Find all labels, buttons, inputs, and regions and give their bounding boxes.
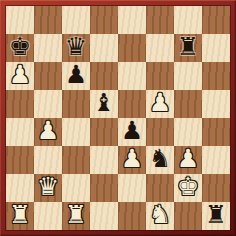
- piece-white-pawn-a6[interactable]: ♟: [9, 62, 31, 89]
- square-e2[interactable]: [118, 174, 146, 202]
- square-b1[interactable]: [34, 202, 62, 230]
- square-e7[interactable]: [118, 34, 146, 62]
- board-frame: ♚♛♜♟♟♝♟♟♟♟♞♟♛♚♜♜♞♜: [0, 0, 236, 236]
- square-a1[interactable]: ♜: [6, 202, 34, 230]
- piece-white-pawn-b4[interactable]: ♟: [37, 118, 59, 145]
- piece-black-rook-h1[interactable]: ♜: [205, 202, 227, 229]
- square-e3[interactable]: ♟: [118, 146, 146, 174]
- square-g2[interactable]: ♚: [174, 174, 202, 202]
- square-g5[interactable]: [174, 90, 202, 118]
- square-a3[interactable]: [6, 146, 34, 174]
- square-f1[interactable]: ♞: [146, 202, 174, 230]
- square-e1[interactable]: [118, 202, 146, 230]
- square-g7[interactable]: ♜: [174, 34, 202, 62]
- piece-white-rook-c1[interactable]: ♜: [65, 202, 87, 229]
- square-g1[interactable]: [174, 202, 202, 230]
- square-a4[interactable]: [6, 118, 34, 146]
- piece-black-bishop-d5[interactable]: ♝: [93, 90, 115, 117]
- piece-black-queen-c7[interactable]: ♛: [65, 34, 87, 61]
- piece-white-knight-f1[interactable]: ♞: [149, 202, 171, 229]
- square-h1[interactable]: ♜: [202, 202, 230, 230]
- square-a8[interactable]: [6, 6, 34, 34]
- square-e4[interactable]: ♟: [118, 118, 146, 146]
- piece-white-pawn-f5[interactable]: ♟: [149, 90, 171, 117]
- square-d6[interactable]: [90, 62, 118, 90]
- square-h6[interactable]: [202, 62, 230, 90]
- square-g4[interactable]: [174, 118, 202, 146]
- square-c1[interactable]: ♜: [62, 202, 90, 230]
- square-c4[interactable]: [62, 118, 90, 146]
- piece-white-king-g2[interactable]: ♚: [177, 174, 199, 201]
- square-c8[interactable]: [62, 6, 90, 34]
- square-b2[interactable]: ♛: [34, 174, 62, 202]
- square-f3[interactable]: ♞: [146, 146, 174, 174]
- square-a6[interactable]: ♟: [6, 62, 34, 90]
- square-c6[interactable]: ♟: [62, 62, 90, 90]
- square-g3[interactable]: ♟: [174, 146, 202, 174]
- square-d5[interactable]: ♝: [90, 90, 118, 118]
- piece-white-pawn-e3[interactable]: ♟: [121, 146, 143, 173]
- square-a2[interactable]: [6, 174, 34, 202]
- piece-white-pawn-g3[interactable]: ♟: [177, 146, 199, 173]
- square-d8[interactable]: [90, 6, 118, 34]
- square-h4[interactable]: [202, 118, 230, 146]
- square-b3[interactable]: [34, 146, 62, 174]
- piece-white-queen-b2[interactable]: ♛: [37, 174, 59, 201]
- square-b5[interactable]: [34, 90, 62, 118]
- square-f6[interactable]: [146, 62, 174, 90]
- piece-black-king-a7[interactable]: ♚: [9, 34, 31, 61]
- square-a5[interactable]: [6, 90, 34, 118]
- square-d4[interactable]: [90, 118, 118, 146]
- square-h2[interactable]: [202, 174, 230, 202]
- chess-board: ♚♛♜♟♟♝♟♟♟♟♞♟♛♚♜♜♞♜: [6, 6, 230, 230]
- square-a7[interactable]: ♚: [6, 34, 34, 62]
- square-d3[interactable]: [90, 146, 118, 174]
- square-e6[interactable]: [118, 62, 146, 90]
- square-h5[interactable]: [202, 90, 230, 118]
- square-e8[interactable]: [118, 6, 146, 34]
- square-b8[interactable]: [34, 6, 62, 34]
- square-d7[interactable]: [90, 34, 118, 62]
- square-h7[interactable]: [202, 34, 230, 62]
- square-b4[interactable]: ♟: [34, 118, 62, 146]
- piece-black-knight-f3[interactable]: ♞: [149, 146, 171, 173]
- square-b6[interactable]: [34, 62, 62, 90]
- square-e5[interactable]: [118, 90, 146, 118]
- piece-white-rook-a1[interactable]: ♜: [9, 202, 31, 229]
- square-f7[interactable]: [146, 34, 174, 62]
- square-c5[interactable]: [62, 90, 90, 118]
- square-f4[interactable]: [146, 118, 174, 146]
- square-h8[interactable]: [202, 6, 230, 34]
- square-c3[interactable]: [62, 146, 90, 174]
- piece-black-pawn-e4[interactable]: ♟: [121, 118, 143, 145]
- square-g8[interactable]: [174, 6, 202, 34]
- square-c2[interactable]: [62, 174, 90, 202]
- square-g6[interactable]: [174, 62, 202, 90]
- square-d1[interactable]: [90, 202, 118, 230]
- square-c7[interactable]: ♛: [62, 34, 90, 62]
- square-h3[interactable]: [202, 146, 230, 174]
- square-f8[interactable]: [146, 6, 174, 34]
- square-d2[interactable]: [90, 174, 118, 202]
- square-b7[interactable]: [34, 34, 62, 62]
- square-f2[interactable]: [146, 174, 174, 202]
- piece-black-rook-g7[interactable]: ♜: [177, 34, 199, 61]
- square-f5[interactable]: ♟: [146, 90, 174, 118]
- piece-black-pawn-c6[interactable]: ♟: [65, 62, 87, 89]
